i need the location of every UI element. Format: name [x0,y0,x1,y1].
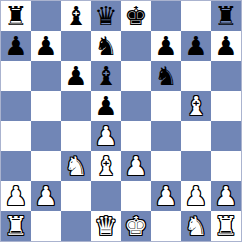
square-h7[interactable]: ♟ [211,31,241,61]
square-h5[interactable] [211,91,241,121]
square-h2[interactable]: ♟ [211,181,241,211]
black-pawn-piece[interactable]: ♟ [94,93,117,119]
square-b6[interactable] [31,61,61,91]
square-a5[interactable] [1,91,31,121]
square-d5[interactable]: ♟ [91,91,121,121]
square-c3[interactable]: ♞ [61,151,91,181]
white-pawn-piece[interactable]: ♟ [214,183,237,209]
black-bishop-piece[interactable]: ♝ [94,63,117,89]
square-f3[interactable] [151,151,181,181]
square-d4[interactable]: ♟ [91,121,121,151]
black-bishop-piece[interactable]: ♝ [64,3,87,29]
square-a7[interactable]: ♟ [1,31,31,61]
square-f8[interactable] [151,1,181,31]
square-a1[interactable]: ♜ [1,211,31,241]
square-e4[interactable] [121,121,151,151]
square-g6[interactable] [181,61,211,91]
square-b1[interactable] [31,211,61,241]
black-pawn-piece[interactable]: ♟ [184,33,207,59]
square-c5[interactable] [61,91,91,121]
square-f6[interactable]: ♞ [151,61,181,91]
square-c6[interactable]: ♟ [61,61,91,91]
square-g2[interactable]: ♟ [181,181,211,211]
square-g8[interactable] [181,1,211,31]
square-b3[interactable] [31,151,61,181]
black-pawn-piece[interactable]: ♟ [34,33,57,59]
square-e1[interactable]: ♚ [121,211,151,241]
square-e8[interactable]: ♚ [121,1,151,31]
square-c8[interactable]: ♝ [61,1,91,31]
square-a8[interactable]: ♜ [1,1,31,31]
square-a3[interactable] [1,151,31,181]
white-pawn-piece[interactable]: ♟ [94,123,117,149]
square-d8[interactable]: ♛ [91,1,121,31]
black-pawn-piece[interactable]: ♟ [154,33,177,59]
square-c1[interactable] [61,211,91,241]
square-e6[interactable] [121,61,151,91]
white-pawn-piece[interactable]: ♟ [4,183,27,209]
square-h4[interactable] [211,121,241,151]
square-g3[interactable] [181,151,211,181]
black-rook-piece[interactable]: ♜ [214,3,237,29]
square-c4[interactable] [61,121,91,151]
white-rook-piece[interactable]: ♜ [214,213,237,239]
square-d6[interactable]: ♝ [91,61,121,91]
white-pawn-piece[interactable]: ♟ [124,153,147,179]
white-queen-piece[interactable]: ♛ [94,213,117,239]
black-queen-piece[interactable]: ♛ [94,3,117,29]
square-f5[interactable] [151,91,181,121]
black-rook-piece[interactable]: ♜ [4,3,27,29]
square-g5[interactable]: ♝ [181,91,211,121]
square-f7[interactable]: ♟ [151,31,181,61]
black-pawn-piece[interactable]: ♟ [64,63,87,89]
white-bishop-piece[interactable]: ♝ [94,153,117,179]
white-knight-piece[interactable]: ♞ [64,153,87,179]
square-f1[interactable] [151,211,181,241]
black-pawn-piece[interactable]: ♟ [4,33,27,59]
square-a6[interactable] [1,61,31,91]
white-knight-piece[interactable]: ♞ [184,213,207,239]
white-pawn-piece[interactable]: ♟ [34,183,57,209]
black-pawn-piece[interactable]: ♟ [214,33,237,59]
square-e7[interactable] [121,31,151,61]
black-knight-piece[interactable]: ♞ [154,63,177,89]
square-a2[interactable]: ♟ [1,181,31,211]
white-king-piece[interactable]: ♚ [124,213,147,239]
white-bishop-piece[interactable]: ♝ [184,93,207,119]
square-b7[interactable]: ♟ [31,31,61,61]
square-d2[interactable] [91,181,121,211]
square-c2[interactable] [61,181,91,211]
square-b8[interactable] [31,1,61,31]
square-b5[interactable] [31,91,61,121]
square-g1[interactable]: ♞ [181,211,211,241]
square-e2[interactable] [121,181,151,211]
square-g4[interactable] [181,121,211,151]
square-e5[interactable] [121,91,151,121]
square-h1[interactable]: ♜ [211,211,241,241]
chess-board: ♜♝♛♚♜♟♟♞♟♟♟♟♝♞♟♝♟♞♝♟♟♟♟♟♟♜♛♚♞♜ [0,0,242,242]
square-b2[interactable]: ♟ [31,181,61,211]
black-knight-piece[interactable]: ♞ [94,33,117,59]
square-h8[interactable]: ♜ [211,1,241,31]
white-rook-piece[interactable]: ♜ [4,213,27,239]
square-h6[interactable] [211,61,241,91]
black-king-piece[interactable]: ♚ [124,3,147,29]
white-pawn-piece[interactable]: ♟ [184,183,207,209]
white-pawn-piece[interactable]: ♟ [154,183,177,209]
square-d7[interactable]: ♞ [91,31,121,61]
square-g7[interactable]: ♟ [181,31,211,61]
square-e3[interactable]: ♟ [121,151,151,181]
square-f2[interactable]: ♟ [151,181,181,211]
square-a4[interactable] [1,121,31,151]
square-b4[interactable] [31,121,61,151]
square-f4[interactable] [151,121,181,151]
square-d3[interactable]: ♝ [91,151,121,181]
square-h3[interactable] [211,151,241,181]
square-d1[interactable]: ♛ [91,211,121,241]
square-c7[interactable] [61,31,91,61]
